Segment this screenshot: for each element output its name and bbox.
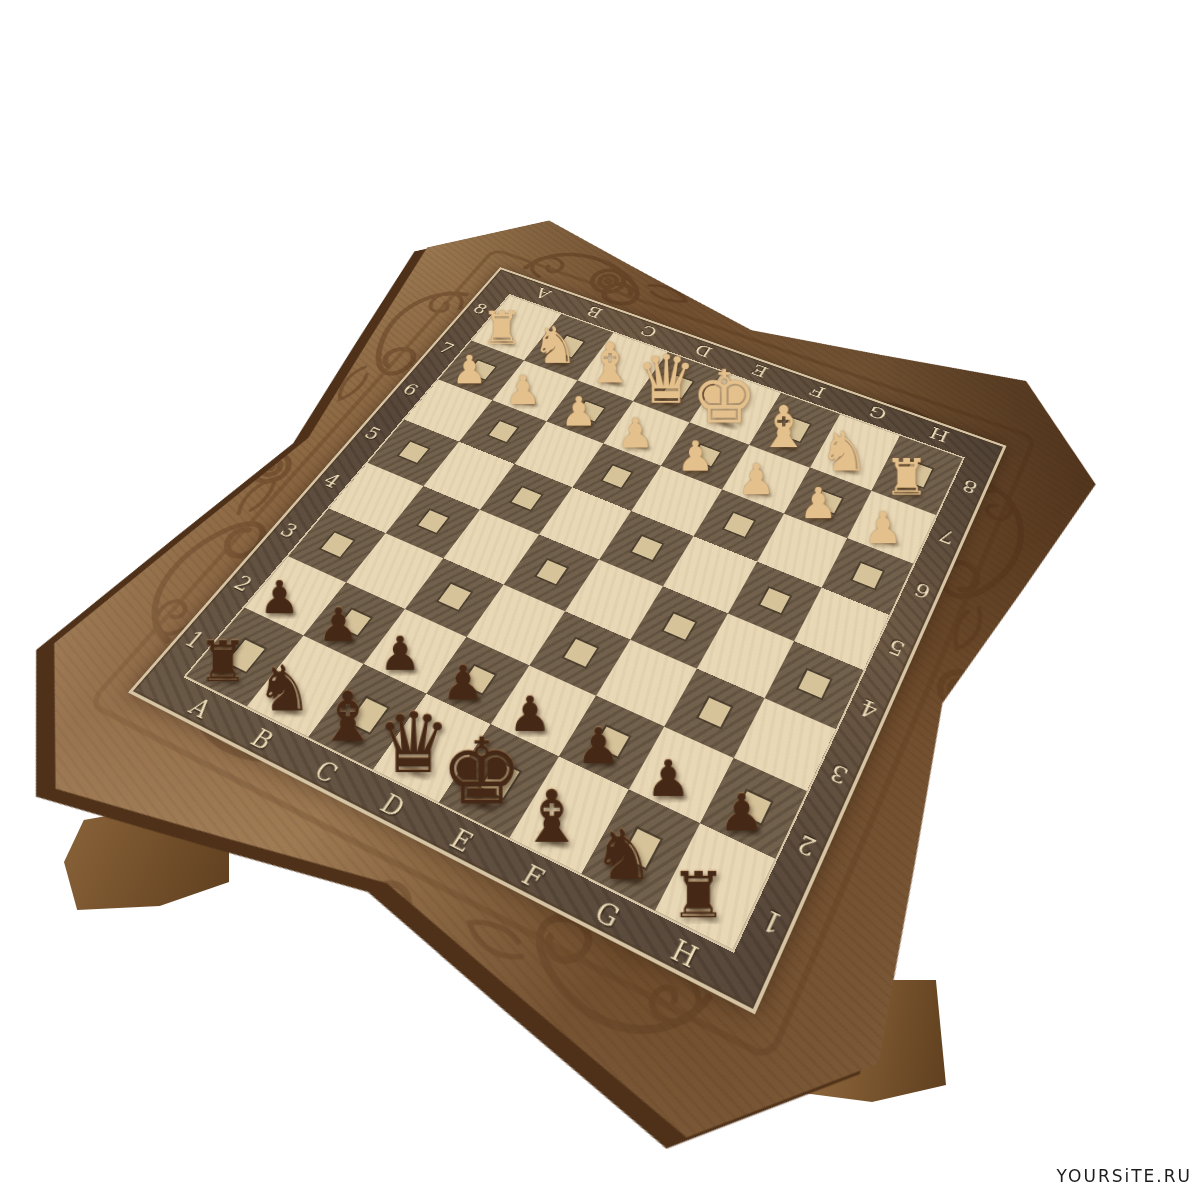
piece-light-pawn-g7[interactable]: ♟ [800, 482, 838, 525]
piece-dark-rook-h1[interactable]: ♜ [670, 864, 727, 927]
scene: ABCDEFGH ABCDEFGH 87654321 87654321 ♜♞♝♛… [0, 0, 1200, 1200]
piece-dark-rook-a1[interactable]: ♜ [198, 634, 248, 690]
piece-light-rook-h8[interactable]: ♜ [884, 452, 929, 502]
piece-light-bishop-c8[interactable]: ♝ [585, 336, 635, 391]
piece-dark-bishop-c1[interactable]: ♝ [317, 683, 379, 752]
piece-dark-knight-g1[interactable]: ♞ [593, 820, 655, 889]
piece-dark-pawn-b2[interactable]: ♟ [318, 602, 359, 648]
piece-dark-pawn-a2[interactable]: ♟ [259, 575, 300, 620]
piece-light-pawn-h7[interactable]: ♟ [864, 506, 903, 550]
piece-light-knight-g8[interactable]: ♞ [820, 424, 869, 479]
chess-table: ABCDEFGH ABCDEFGH 87654321 87654321 ♜♞♝♛… [0, 196, 1122, 1200]
piece-light-pawn-c7[interactable]: ♟ [561, 391, 597, 431]
piece-light-knight-b8[interactable]: ♞ [532, 320, 578, 371]
piece-dark-knight-b1[interactable]: ♞ [256, 657, 313, 720]
piece-light-bishop-f8[interactable]: ♝ [757, 398, 809, 456]
piece-dark-bishop-f1[interactable]: ♝ [519, 781, 584, 854]
piece-light-pawn-d7[interactable]: ♟ [618, 413, 655, 454]
piece-light-pawn-b7[interactable]: ♟ [505, 370, 541, 410]
piece-dark-pawn-h2[interactable]: ♟ [719, 787, 765, 838]
piece-dark-pawn-g2[interactable]: ♟ [646, 754, 691, 804]
product-photo: ABCDEFGH ABCDEFGH 87654321 87654321 ♜♞♝♛… [0, 0, 1200, 1200]
piece-light-pawn-a7[interactable]: ♟ [452, 350, 487, 389]
piece-light-rook-a8[interactable]: ♜ [482, 305, 523, 350]
piece-light-pawn-f7[interactable]: ♟ [737, 458, 775, 500]
piece-dark-pawn-c2[interactable]: ♟ [379, 630, 421, 677]
piece-dark-king-e1[interactable]: ♚ [441, 727, 523, 819]
piece-dark-pawn-f2[interactable]: ♟ [576, 721, 620, 770]
piece-light-pawn-e7[interactable]: ♟ [677, 435, 714, 477]
watermark: YOURSiTE.RU [1057, 1166, 1192, 1186]
